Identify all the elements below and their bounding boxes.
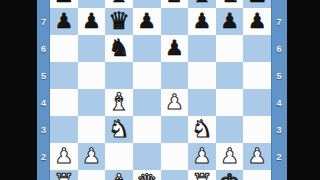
square-h5[interactable] <box>243 62 271 89</box>
square-b5[interactable] <box>78 62 106 89</box>
square-g2[interactable]: ♟ <box>216 143 244 170</box>
square-b7[interactable]: ♟ <box>78 8 106 35</box>
rank-label-7: 7 <box>271 8 287 35</box>
black-knight-c6: ♞ <box>108 35 130 62</box>
square-g7[interactable]: ♟ <box>216 8 244 35</box>
rank-label-3: 3 <box>37 116 50 143</box>
black-rook-a8: ♜ <box>53 0 75 8</box>
rank-label-1: 1 <box>271 170 287 180</box>
square-g4[interactable] <box>216 89 244 116</box>
chess-board-frame: 87654321 ♜♝♚♝♞♜♟♟♛♟♟♟♟♞♟♝♟♞♞♟♟♟♟♟♜♝♛♜♚ 8… <box>37 0 287 180</box>
rank-label-8: 8 <box>271 0 287 8</box>
square-f3[interactable]: ♞ <box>188 116 216 143</box>
white-pawn-g2: ♟ <box>220 143 239 170</box>
black-king-e8: ♚ <box>164 0 186 8</box>
square-a7[interactable]: ♟ <box>50 8 78 35</box>
square-e7[interactable] <box>161 8 189 35</box>
rank-label-2: 2 <box>271 143 287 170</box>
square-g5[interactable] <box>216 62 244 89</box>
square-h2[interactable]: ♟ <box>243 143 271 170</box>
square-h3[interactable] <box>243 116 271 143</box>
square-g8[interactable]: ♞ <box>216 0 244 8</box>
square-e2[interactable] <box>161 143 189 170</box>
white-knight-f3: ♞ <box>191 116 213 143</box>
square-d1[interactable]: ♛ <box>133 170 161 180</box>
white-pawn-a2: ♟ <box>54 143 73 170</box>
black-queen-c7: ♛ <box>108 8 130 35</box>
white-knight-c3: ♞ <box>108 116 130 143</box>
square-e8[interactable]: ♚ <box>161 0 189 8</box>
rank-labels-right: 87654321 <box>271 0 287 180</box>
square-d5[interactable] <box>133 62 161 89</box>
white-rook-f1: ♜ <box>191 170 213 180</box>
black-rook-h8: ♜ <box>246 0 268 8</box>
square-a2[interactable]: ♟ <box>50 143 78 170</box>
square-c5[interactable] <box>105 62 133 89</box>
black-pawn-d7: ♟ <box>137 8 156 35</box>
square-f2[interactable]: ♟ <box>188 143 216 170</box>
white-pawn-e4: ♟ <box>165 89 184 116</box>
square-c4[interactable]: ♝ <box>105 89 133 116</box>
square-d4[interactable] <box>133 89 161 116</box>
rank-label-6: 6 <box>271 35 287 62</box>
square-e5[interactable] <box>161 62 189 89</box>
video-frame: 87654321 ♜♝♚♝♞♜♟♟♛♟♟♟♟♞♟♝♟♞♞♟♟♟♟♟♜♝♛♜♚ 8… <box>0 0 320 180</box>
square-a1[interactable]: ♜ <box>50 170 78 180</box>
white-pawn-h2: ♟ <box>248 143 267 170</box>
square-b3[interactable] <box>78 116 106 143</box>
rank-label-5: 5 <box>271 62 287 89</box>
square-h7[interactable]: ♟ <box>243 8 271 35</box>
square-d8[interactable] <box>133 0 161 8</box>
black-pawn-b7: ♟ <box>82 8 101 35</box>
white-bishop-c1: ♝ <box>108 170 130 180</box>
square-a6[interactable] <box>50 35 78 62</box>
square-f4[interactable] <box>188 89 216 116</box>
square-a3[interactable] <box>50 116 78 143</box>
square-h4[interactable] <box>243 89 271 116</box>
square-c6[interactable]: ♞ <box>105 35 133 62</box>
square-g1[interactable]: ♚ <box>216 170 244 180</box>
black-pawn-g7: ♟ <box>220 8 239 35</box>
white-rook-a1: ♜ <box>53 170 75 180</box>
square-f8[interactable]: ♝ <box>188 0 216 8</box>
white-king-g1: ♚ <box>219 170 241 180</box>
square-b8[interactable] <box>78 0 106 8</box>
square-c7[interactable]: ♛ <box>105 8 133 35</box>
square-g6[interactable] <box>216 35 244 62</box>
square-e1[interactable] <box>161 170 189 180</box>
square-d7[interactable]: ♟ <box>133 8 161 35</box>
square-h1[interactable] <box>243 170 271 180</box>
square-f7[interactable]: ♟ <box>188 8 216 35</box>
black-pawn-e6: ♟ <box>165 35 184 62</box>
rank-label-7: 7 <box>37 8 50 35</box>
square-d2[interactable] <box>133 143 161 170</box>
rank-label-6: 6 <box>37 35 50 62</box>
black-knight-g8: ♞ <box>219 0 241 8</box>
square-b6[interactable] <box>78 35 106 62</box>
square-e3[interactable] <box>161 116 189 143</box>
black-bishop-f8: ♝ <box>191 0 213 8</box>
square-c3[interactable]: ♞ <box>105 116 133 143</box>
rank-label-5: 5 <box>37 62 50 89</box>
rank-label-8: 8 <box>37 0 50 8</box>
rank-label-2: 2 <box>37 143 50 170</box>
square-d3[interactable] <box>133 116 161 143</box>
square-e4[interactable]: ♟ <box>161 89 189 116</box>
square-d6[interactable] <box>133 35 161 62</box>
square-c1[interactable]: ♝ <box>105 170 133 180</box>
square-a4[interactable] <box>50 89 78 116</box>
square-h8[interactable]: ♜ <box>243 0 271 8</box>
square-f5[interactable] <box>188 62 216 89</box>
chess-board: ♜♝♚♝♞♜♟♟♛♟♟♟♟♞♟♝♟♞♞♟♟♟♟♟♜♝♛♜♚ <box>50 0 271 180</box>
white-bishop-c4: ♝ <box>108 89 130 116</box>
square-a8[interactable]: ♜ <box>50 0 78 8</box>
square-f1[interactable]: ♜ <box>188 170 216 180</box>
square-b4[interactable] <box>78 89 106 116</box>
black-pawn-f7: ♟ <box>193 8 212 35</box>
white-pawn-b2: ♟ <box>82 143 101 170</box>
square-b1[interactable] <box>78 170 106 180</box>
white-queen-d1: ♛ <box>136 170 158 180</box>
black-pawn-a7: ♟ <box>54 8 73 35</box>
rank-label-3: 3 <box>271 116 287 143</box>
square-f6[interactable] <box>188 35 216 62</box>
square-c2[interactable] <box>105 143 133 170</box>
rank-label-4: 4 <box>37 89 50 116</box>
square-b2[interactable]: ♟ <box>78 143 106 170</box>
square-h6[interactable] <box>243 35 271 62</box>
square-e6[interactable]: ♟ <box>161 35 189 62</box>
square-g3[interactable] <box>216 116 244 143</box>
white-pawn-f2: ♟ <box>193 143 212 170</box>
rank-labels-left: 87654321 <box>37 0 50 180</box>
black-pawn-h7: ♟ <box>248 8 267 35</box>
square-a5[interactable] <box>50 62 78 89</box>
rank-label-1: 1 <box>37 170 50 180</box>
rank-label-4: 4 <box>271 89 287 116</box>
